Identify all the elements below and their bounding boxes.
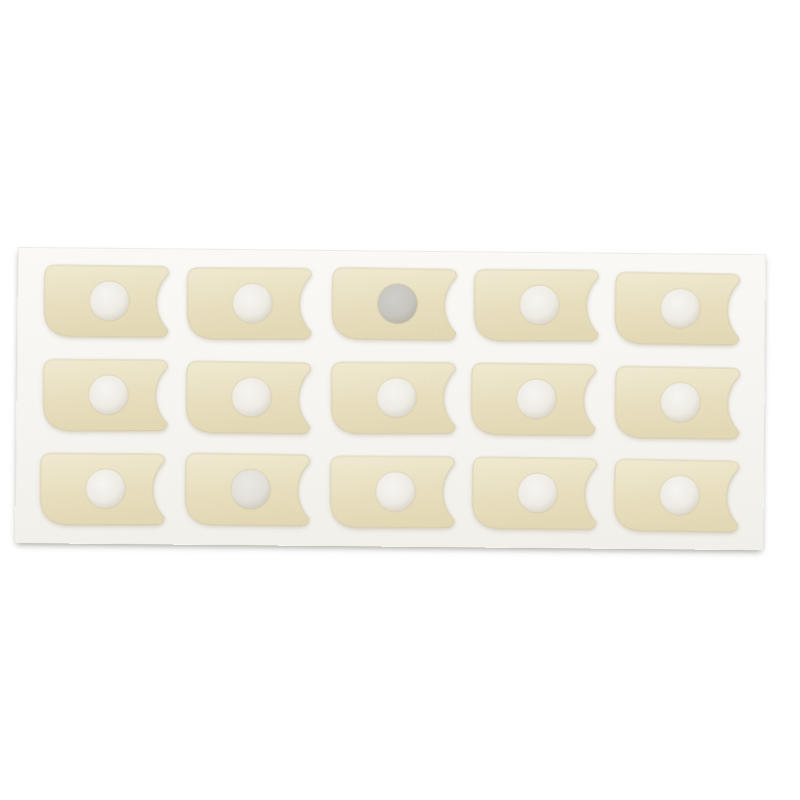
foam-pad — [182, 358, 315, 436]
foam-pad — [611, 363, 744, 441]
backing-sheet — [15, 247, 766, 550]
foam-pad — [610, 456, 743, 534]
foam-pad — [327, 453, 459, 530]
foam-pad — [181, 450, 314, 528]
foam-pad — [39, 357, 171, 434]
foam-pad — [183, 265, 315, 342]
foam-pad — [40, 262, 173, 340]
foam-pad — [327, 359, 459, 435]
foam-pad — [36, 450, 168, 527]
foam-pad — [467, 360, 600, 438]
foam-pad — [468, 454, 601, 532]
product-photo — [0, 0, 800, 800]
foam-pad — [328, 265, 461, 343]
foam-pad — [470, 267, 602, 344]
foam-pad — [611, 269, 744, 347]
